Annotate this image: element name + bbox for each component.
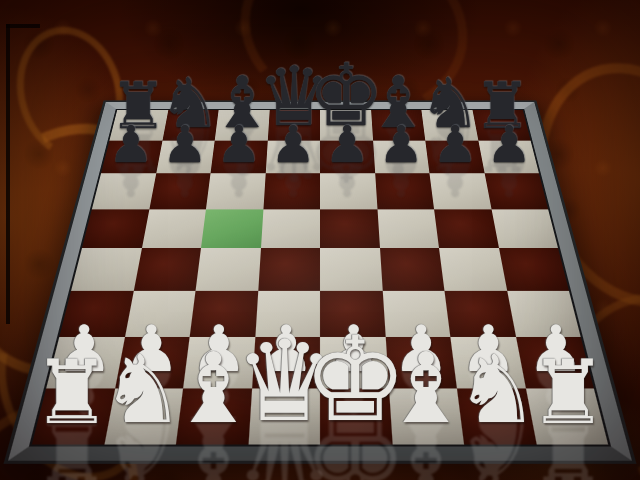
black-pawn-d7[interactable]: ♟: [270, 119, 316, 170]
black-pawn-h7[interactable]: ♟: [486, 119, 532, 170]
black-pawn-e7[interactable]: ♟: [324, 119, 370, 170]
white-knight-g1[interactable]: ♞: [455, 342, 539, 436]
square-g5[interactable]: [434, 209, 498, 248]
square-f6[interactable]: [375, 173, 434, 209]
square-d6[interactable]: [263, 173, 320, 209]
square-d4[interactable]: [258, 248, 320, 290]
white-rook-a1[interactable]: ♜: [32, 348, 111, 436]
square-e5[interactable]: [320, 209, 380, 248]
square-a4[interactable]: [71, 248, 141, 290]
square-c4[interactable]: [196, 248, 261, 290]
square-h5[interactable]: [491, 209, 558, 248]
square-c5[interactable]: [201, 209, 263, 248]
square-b6[interactable]: [149, 173, 211, 209]
square-a6[interactable]: [92, 173, 156, 209]
square-g6[interactable]: [429, 173, 491, 209]
square-f4[interactable]: [380, 248, 445, 290]
square-f5[interactable]: [377, 209, 439, 248]
square-b5[interactable]: [142, 209, 206, 248]
white-rook-h1[interactable]: ♜: [529, 348, 608, 436]
black-pawn-b7[interactable]: ♟: [162, 119, 208, 170]
square-c6[interactable]: [206, 173, 265, 209]
black-pawn-a7[interactable]: ♟: [108, 119, 154, 170]
square-h4[interactable]: [499, 248, 569, 290]
black-pawn-f7[interactable]: ♟: [378, 119, 424, 170]
square-h6[interactable]: [484, 173, 548, 209]
square-e4[interactable]: [320, 248, 382, 290]
square-b4[interactable]: [133, 248, 201, 290]
square-e6[interactable]: [320, 173, 377, 209]
black-pawn-g7[interactable]: ♟: [432, 119, 478, 170]
square-d5[interactable]: [261, 209, 321, 248]
square-a5[interactable]: [82, 209, 149, 248]
black-pawn-c7[interactable]: ♟: [216, 119, 262, 170]
game-screen: ♜♜♞♞♝♝♛♛♚♚♝♝♞♞♜♜♟♟♟♟♟♟♟♟♟♟♟♟♟♟♟♟♟♟♟♟♟♟♟♟…: [0, 0, 640, 480]
square-g4[interactable]: [439, 248, 507, 290]
